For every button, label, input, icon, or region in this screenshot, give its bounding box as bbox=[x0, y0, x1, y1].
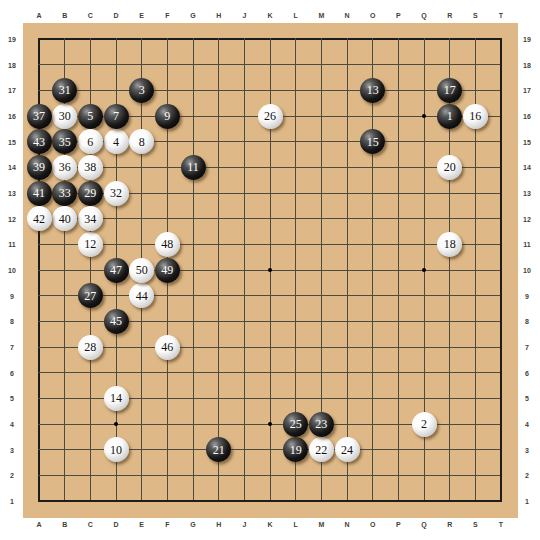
col-label-top-R: R bbox=[447, 12, 452, 19]
row-label-left-16: 16 bbox=[8, 113, 16, 120]
move-number: 7 bbox=[113, 110, 119, 122]
col-label-top-E: E bbox=[139, 12, 144, 19]
move-number: 23 bbox=[315, 418, 327, 430]
go-board-diagram: 1234567891011121314151617181920212223242… bbox=[0, 0, 540, 540]
move-number: 40 bbox=[59, 213, 71, 225]
col-label-bottom-C: C bbox=[88, 521, 93, 528]
col-label-bottom-F: F bbox=[165, 521, 169, 528]
row-label-left-3: 3 bbox=[10, 446, 14, 453]
row-label-left-6: 6 bbox=[10, 369, 14, 376]
star-point-K10 bbox=[268, 268, 272, 272]
col-label-bottom-S: S bbox=[473, 521, 478, 528]
move-number: 49 bbox=[161, 264, 173, 276]
row-label-right-16: 16 bbox=[523, 113, 531, 120]
row-label-right-4: 4 bbox=[525, 421, 529, 428]
col-label-bottom-M: M bbox=[318, 521, 324, 528]
stone-black-29[interactable]: 29 bbox=[78, 181, 103, 206]
col-label-bottom-B: B bbox=[62, 521, 67, 528]
col-label-bottom-H: H bbox=[216, 521, 221, 528]
row-label-right-19: 19 bbox=[523, 36, 531, 43]
col-label-top-P: P bbox=[396, 12, 401, 19]
row-label-right-11: 11 bbox=[523, 241, 530, 248]
move-number: 32 bbox=[110, 187, 122, 199]
row-label-left-8: 8 bbox=[10, 318, 14, 325]
move-number: 10 bbox=[110, 444, 122, 456]
row-label-right-8: 8 bbox=[525, 318, 529, 325]
row-label-left-2: 2 bbox=[10, 472, 14, 479]
stone-white-38[interactable]: 38 bbox=[78, 155, 103, 180]
row-label-right-10: 10 bbox=[523, 267, 531, 274]
move-number: 18 bbox=[444, 238, 456, 250]
col-label-bottom-O: O bbox=[370, 521, 375, 528]
stone-black-13[interactable]: 13 bbox=[360, 78, 385, 103]
col-label-top-L: L bbox=[294, 12, 298, 19]
row-label-right-12: 12 bbox=[523, 215, 531, 222]
stone-white-22[interactable]: 22 bbox=[309, 437, 334, 462]
move-number: 42 bbox=[33, 213, 45, 225]
move-number: 9 bbox=[164, 110, 170, 122]
stone-black-11[interactable]: 11 bbox=[181, 155, 206, 180]
stone-white-6[interactable]: 6 bbox=[78, 129, 103, 154]
stone-black-3[interactable]: 3 bbox=[129, 78, 154, 103]
row-label-right-6: 6 bbox=[525, 369, 529, 376]
row-label-left-10: 10 bbox=[8, 267, 16, 274]
stone-white-30[interactable]: 30 bbox=[52, 104, 77, 129]
row-label-left-14: 14 bbox=[8, 164, 16, 171]
col-label-top-A: A bbox=[36, 12, 41, 19]
move-number: 31 bbox=[59, 84, 71, 96]
col-label-top-J: J bbox=[242, 12, 246, 19]
star-point-K4 bbox=[268, 422, 272, 426]
row-label-right-17: 17 bbox=[523, 87, 531, 94]
move-number: 29 bbox=[84, 187, 96, 199]
row-label-left-4: 4 bbox=[10, 421, 14, 428]
move-number: 6 bbox=[87, 136, 93, 148]
grid-hline bbox=[38, 475, 502, 476]
stone-white-4[interactable]: 4 bbox=[104, 129, 129, 154]
move-number: 36 bbox=[59, 161, 71, 173]
stone-white-2[interactable]: 2 bbox=[412, 412, 437, 437]
move-number: 43 bbox=[33, 136, 45, 148]
stone-white-32[interactable]: 32 bbox=[104, 181, 129, 206]
move-number: 33 bbox=[59, 187, 71, 199]
col-label-top-T: T bbox=[499, 12, 503, 19]
row-label-right-3: 3 bbox=[525, 446, 529, 453]
row-label-left-11: 11 bbox=[8, 241, 15, 248]
col-label-top-B: B bbox=[62, 12, 67, 19]
move-number: 25 bbox=[290, 418, 302, 430]
star-point-D4 bbox=[114, 422, 118, 426]
col-label-top-C: C bbox=[88, 12, 93, 19]
stone-white-12[interactable]: 12 bbox=[78, 232, 103, 257]
row-label-right-1: 1 bbox=[525, 498, 529, 505]
stone-black-7[interactable]: 7 bbox=[104, 104, 129, 129]
stone-black-39[interactable]: 39 bbox=[27, 155, 52, 180]
move-number: 41 bbox=[33, 187, 45, 199]
move-number: 34 bbox=[84, 213, 96, 225]
move-number: 1 bbox=[447, 110, 453, 122]
row-label-right-5: 5 bbox=[525, 395, 529, 402]
row-label-left-5: 5 bbox=[10, 395, 14, 402]
move-number: 38 bbox=[84, 161, 96, 173]
stone-black-25[interactable]: 25 bbox=[283, 412, 308, 437]
move-number: 5 bbox=[87, 110, 93, 122]
grid-vline bbox=[372, 38, 373, 502]
move-number: 15 bbox=[367, 136, 379, 148]
stone-white-16[interactable]: 16 bbox=[463, 104, 488, 129]
col-label-top-O: O bbox=[370, 12, 375, 19]
stone-white-46[interactable]: 46 bbox=[155, 335, 180, 360]
move-number: 2 bbox=[421, 418, 427, 430]
col-label-top-N: N bbox=[344, 12, 349, 19]
move-number: 19 bbox=[290, 444, 302, 456]
col-label-bottom-L: L bbox=[294, 521, 298, 528]
grid-hline bbox=[38, 347, 502, 348]
col-label-top-Q: Q bbox=[421, 12, 426, 19]
move-number: 48 bbox=[161, 238, 173, 250]
stone-black-37[interactable]: 37 bbox=[27, 104, 52, 129]
move-number: 3 bbox=[139, 84, 145, 96]
stone-white-48[interactable]: 48 bbox=[155, 232, 180, 257]
move-number: 39 bbox=[33, 161, 45, 173]
row-label-left-19: 19 bbox=[8, 36, 16, 43]
row-label-right-9: 9 bbox=[525, 292, 529, 299]
row-label-right-13: 13 bbox=[523, 190, 531, 197]
stone-black-27[interactable]: 27 bbox=[78, 283, 103, 308]
stone-black-43[interactable]: 43 bbox=[27, 129, 52, 154]
star-point-Q16 bbox=[422, 114, 426, 118]
stone-black-1[interactable]: 1 bbox=[437, 104, 462, 129]
move-number: 47 bbox=[110, 264, 122, 276]
move-number: 17 bbox=[444, 84, 456, 96]
stone-black-45[interactable]: 45 bbox=[104, 309, 129, 334]
row-label-left-17: 17 bbox=[8, 87, 16, 94]
col-label-bottom-J: J bbox=[242, 521, 246, 528]
col-label-bottom-T: T bbox=[499, 521, 503, 528]
col-label-bottom-N: N bbox=[344, 521, 349, 528]
move-number: 27 bbox=[84, 290, 96, 302]
move-number: 11 bbox=[187, 161, 199, 173]
row-label-right-15: 15 bbox=[523, 138, 531, 145]
stone-black-33[interactable]: 33 bbox=[52, 181, 77, 206]
grid-hline bbox=[38, 500, 502, 502]
row-label-left-1: 1 bbox=[10, 498, 14, 505]
move-number: 44 bbox=[136, 290, 148, 302]
stone-black-17[interactable]: 17 bbox=[437, 78, 462, 103]
col-label-top-H: H bbox=[216, 12, 221, 19]
move-number: 22 bbox=[315, 444, 327, 456]
move-number: 37 bbox=[33, 110, 45, 122]
stone-black-9[interactable]: 9 bbox=[155, 104, 180, 129]
stone-white-20[interactable]: 20 bbox=[437, 155, 462, 180]
grid-vline bbox=[500, 38, 502, 502]
move-number: 14 bbox=[110, 392, 122, 404]
move-number: 45 bbox=[110, 315, 122, 327]
col-label-top-G: G bbox=[190, 12, 195, 19]
star-point-Q10 bbox=[422, 268, 426, 272]
move-number: 50 bbox=[136, 264, 148, 276]
stone-white-24[interactable]: 24 bbox=[335, 437, 360, 462]
row-label-left-15: 15 bbox=[8, 138, 16, 145]
col-label-bottom-Q: Q bbox=[421, 521, 426, 528]
grid-hline bbox=[38, 372, 502, 373]
move-number: 12 bbox=[84, 238, 96, 250]
col-label-bottom-E: E bbox=[139, 521, 144, 528]
row-label-left-13: 13 bbox=[8, 190, 16, 197]
move-number: 21 bbox=[213, 444, 225, 456]
col-label-bottom-R: R bbox=[447, 521, 452, 528]
col-label-top-S: S bbox=[473, 12, 478, 19]
col-label-top-D: D bbox=[113, 12, 118, 19]
move-number: 20 bbox=[444, 161, 456, 173]
row-label-left-9: 9 bbox=[10, 292, 14, 299]
stone-white-18[interactable]: 18 bbox=[437, 232, 462, 257]
stone-black-5[interactable]: 5 bbox=[78, 104, 103, 129]
row-label-left-12: 12 bbox=[8, 215, 16, 222]
col-label-bottom-P: P bbox=[396, 521, 401, 528]
move-number: 13 bbox=[367, 84, 379, 96]
stone-white-28[interactable]: 28 bbox=[78, 335, 103, 360]
move-number: 16 bbox=[469, 110, 481, 122]
col-label-top-F: F bbox=[165, 12, 169, 19]
row-label-left-18: 18 bbox=[8, 61, 16, 68]
move-number: 24 bbox=[341, 444, 353, 456]
stone-white-34[interactable]: 34 bbox=[78, 206, 103, 231]
move-number: 28 bbox=[84, 341, 96, 353]
stone-white-26[interactable]: 26 bbox=[258, 104, 283, 129]
move-number: 30 bbox=[59, 110, 71, 122]
col-label-bottom-A: A bbox=[36, 521, 41, 528]
stone-black-23[interactable]: 23 bbox=[309, 412, 334, 437]
move-number: 4 bbox=[113, 136, 119, 148]
stone-white-10[interactable]: 10 bbox=[104, 437, 129, 462]
grid-vline bbox=[347, 38, 348, 502]
col-label-bottom-D: D bbox=[113, 521, 118, 528]
col-label-top-K: K bbox=[267, 12, 272, 19]
row-label-left-7: 7 bbox=[10, 344, 14, 351]
row-label-right-18: 18 bbox=[523, 61, 531, 68]
stone-black-49[interactable]: 49 bbox=[155, 258, 180, 283]
grid-vline bbox=[398, 38, 399, 502]
stone-white-50[interactable]: 50 bbox=[129, 258, 154, 283]
row-label-right-14: 14 bbox=[523, 164, 531, 171]
row-label-right-7: 7 bbox=[525, 344, 529, 351]
col-label-bottom-G: G bbox=[190, 521, 195, 528]
stone-white-36[interactable]: 36 bbox=[52, 155, 77, 180]
move-number: 26 bbox=[264, 110, 276, 122]
move-number: 35 bbox=[59, 136, 71, 148]
stone-black-47[interactable]: 47 bbox=[104, 258, 129, 283]
stone-black-31[interactable]: 31 bbox=[52, 78, 77, 103]
col-label-top-M: M bbox=[318, 12, 324, 19]
stone-white-42[interactable]: 42 bbox=[27, 206, 52, 231]
row-label-right-2: 2 bbox=[525, 472, 529, 479]
stone-black-41[interactable]: 41 bbox=[27, 181, 52, 206]
move-number: 46 bbox=[161, 341, 173, 353]
stone-white-14[interactable]: 14 bbox=[104, 386, 129, 411]
grid-hline bbox=[38, 295, 502, 296]
move-number: 8 bbox=[139, 136, 145, 148]
col-label-bottom-K: K bbox=[267, 521, 272, 528]
